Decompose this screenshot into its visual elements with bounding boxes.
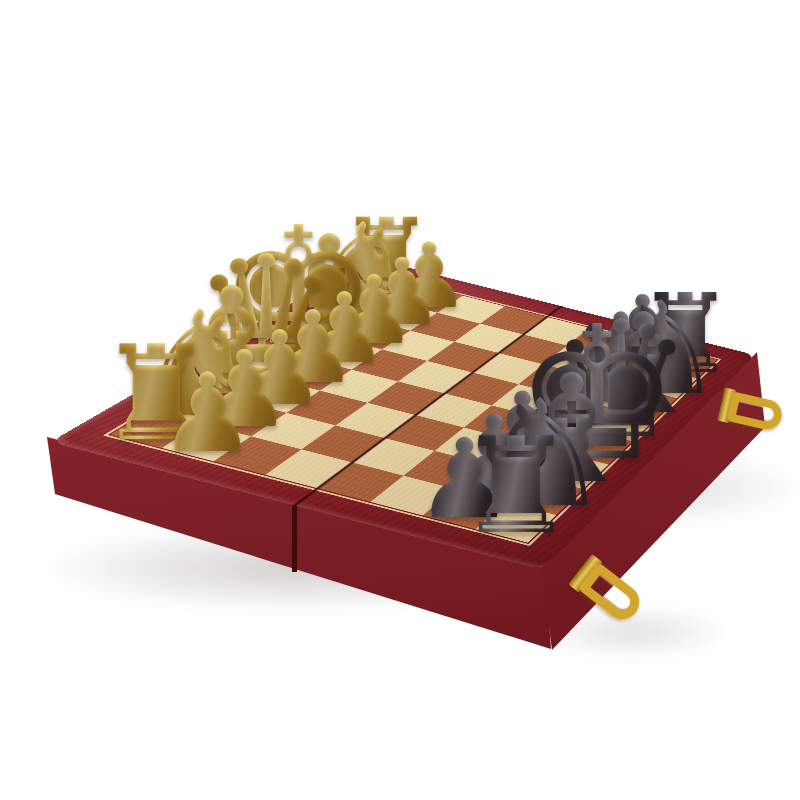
- chess-set-photo: ♜♞♝♚♛♝♞♜♟♟♟♟♟♟♟♟♟♟♟♟♟♟♟♟♜♞♝♛♚♝♞♜: [0, 0, 800, 800]
